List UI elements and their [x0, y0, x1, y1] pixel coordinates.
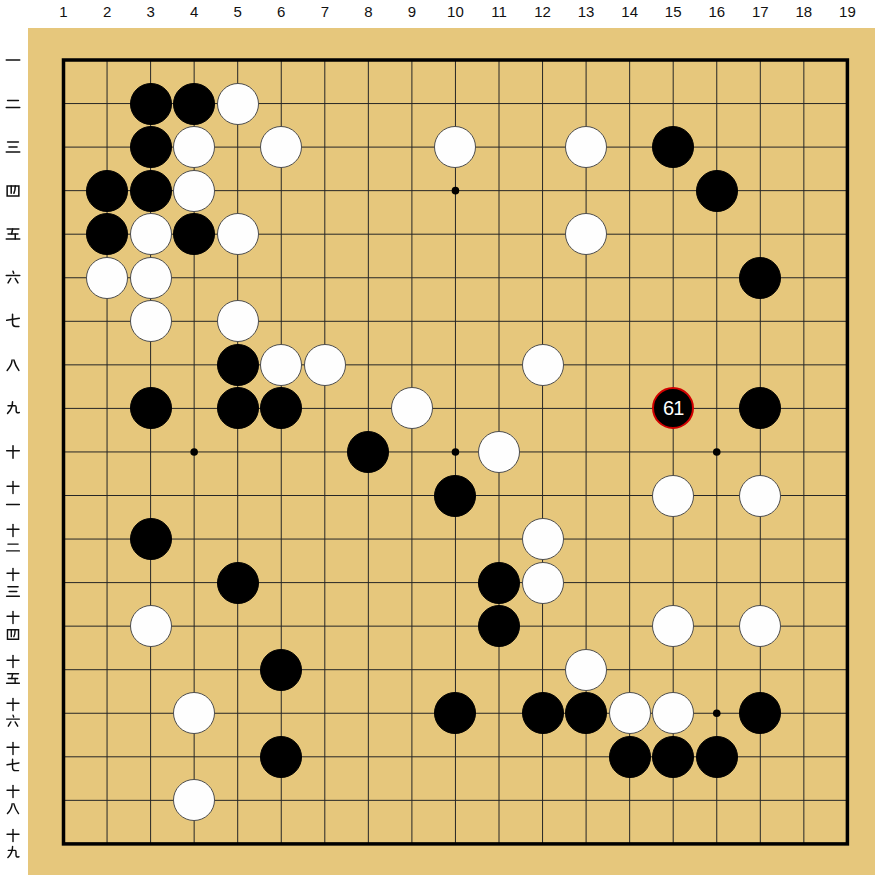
column-label-6: 6 [277, 3, 285, 20]
black-stone [130, 170, 172, 212]
black-stone [739, 692, 781, 734]
column-label-8: 8 [364, 3, 372, 20]
move-number-label: 61 [663, 398, 683, 418]
numeral-八 [5, 800, 22, 817]
column-label-4: 4 [190, 3, 198, 20]
numeral-二 [4, 95, 22, 113]
black-stone [260, 387, 302, 429]
numeral-七 [5, 757, 22, 774]
black-stone [347, 431, 389, 473]
white-stone [130, 605, 172, 647]
numeral-十 [5, 653, 22, 670]
numeral-三 [5, 583, 22, 600]
row-label-5 [4, 225, 22, 243]
last-move-stone: 61 [652, 387, 694, 429]
black-stone [478, 605, 520, 647]
column-label-10: 10 [447, 3, 464, 20]
numeral-五 [4, 225, 22, 243]
numeral-十 [4, 443, 22, 461]
column-label-12: 12 [534, 3, 551, 20]
column-label-3: 3 [146, 3, 154, 20]
white-stone [173, 692, 215, 734]
white-stone [565, 126, 607, 168]
numeral-一 [4, 51, 22, 69]
white-stone [739, 605, 781, 647]
black-stone [739, 387, 781, 429]
row-label-13 [5, 566, 22, 600]
go-diagram: 12345678910111213141516171819 61 [0, 0, 875, 875]
black-stone [130, 518, 172, 560]
white-stone [130, 257, 172, 299]
numeral-八 [4, 356, 22, 374]
white-stone [565, 213, 607, 255]
row-label-9 [4, 399, 22, 417]
black-stone [260, 649, 302, 691]
white-stone [173, 779, 215, 821]
numeral-四 [5, 626, 22, 643]
column-label-16: 16 [708, 3, 725, 20]
column-label-2: 2 [103, 3, 111, 20]
column-label-17: 17 [752, 3, 769, 20]
black-stone [478, 562, 520, 604]
white-stone [652, 692, 694, 734]
white-stone [130, 213, 172, 255]
row-label-2 [4, 95, 22, 113]
black-stone [652, 126, 694, 168]
numeral-一 [5, 496, 22, 513]
white-stone [173, 170, 215, 212]
row-label-14 [5, 609, 22, 643]
column-label-1: 1 [59, 3, 67, 20]
column-label-13: 13 [578, 3, 595, 20]
black-stone [434, 475, 476, 517]
numeral-十 [5, 479, 22, 496]
row-label-8 [4, 356, 22, 374]
column-label-7: 7 [321, 3, 329, 20]
white-stone [652, 605, 694, 647]
column-label-14: 14 [621, 3, 638, 20]
row-label-11 [5, 479, 22, 513]
black-stone [130, 83, 172, 125]
column-label-15: 15 [665, 3, 682, 20]
white-stone [130, 300, 172, 342]
white-stone [522, 344, 564, 386]
white-stone [652, 475, 694, 517]
black-stone [173, 83, 215, 125]
white-stone [260, 126, 302, 168]
numeral-九 [4, 399, 22, 417]
black-stone [522, 692, 564, 734]
numeral-六 [4, 269, 22, 287]
white-stone [217, 213, 259, 255]
black-stone [217, 344, 259, 386]
row-label-18 [5, 783, 22, 817]
white-stone [217, 83, 259, 125]
numeral-十 [5, 740, 22, 757]
numeral-十 [5, 566, 22, 583]
black-stone [609, 736, 651, 778]
black-stone [696, 736, 738, 778]
column-label-18: 18 [796, 3, 813, 20]
numeral-五 [5, 670, 22, 687]
black-stone [86, 213, 128, 255]
white-stone [565, 649, 607, 691]
white-stone [260, 344, 302, 386]
white-stone [478, 431, 520, 473]
row-label-6 [4, 269, 22, 287]
numeral-七 [4, 312, 22, 330]
row-label-4 [4, 182, 22, 200]
row-label-19 [5, 827, 22, 861]
numeral-十 [5, 696, 22, 713]
black-stone [652, 736, 694, 778]
black-stone [86, 170, 128, 212]
white-stone [609, 692, 651, 734]
row-label-15 [5, 653, 22, 687]
black-stone [173, 213, 215, 255]
row-label-16 [5, 696, 22, 730]
numeral-四 [4, 182, 22, 200]
white-stone [739, 475, 781, 517]
row-label-1 [4, 51, 22, 69]
column-label-5: 5 [234, 3, 242, 20]
numeral-二 [5, 539, 22, 556]
white-stone [522, 518, 564, 560]
white-stone [304, 344, 346, 386]
numeral-十 [5, 783, 22, 800]
numeral-十 [5, 609, 22, 626]
column-label-11: 11 [491, 3, 507, 20]
white-stone [434, 126, 476, 168]
row-label-12 [5, 522, 22, 556]
white-stone [522, 562, 564, 604]
white-stone [86, 257, 128, 299]
black-stone [696, 170, 738, 212]
numeral-三 [4, 138, 22, 156]
black-stone [565, 692, 607, 734]
row-label-17 [5, 740, 22, 774]
numeral-十 [5, 522, 22, 539]
row-label-7 [4, 312, 22, 330]
black-stone [217, 387, 259, 429]
row-label-3 [4, 138, 22, 156]
white-stone [391, 387, 433, 429]
black-stone [739, 257, 781, 299]
column-label-9: 9 [408, 3, 416, 20]
numeral-九 [5, 844, 22, 861]
column-label-19: 19 [839, 3, 856, 20]
black-stone [130, 126, 172, 168]
black-stone [434, 692, 476, 734]
numeral-十 [5, 827, 22, 844]
numeral-六 [5, 713, 22, 730]
row-label-10 [4, 443, 22, 461]
black-stone [130, 387, 172, 429]
black-stone [217, 562, 259, 604]
black-stone [260, 736, 302, 778]
white-stone [217, 300, 259, 342]
white-stone [173, 126, 215, 168]
